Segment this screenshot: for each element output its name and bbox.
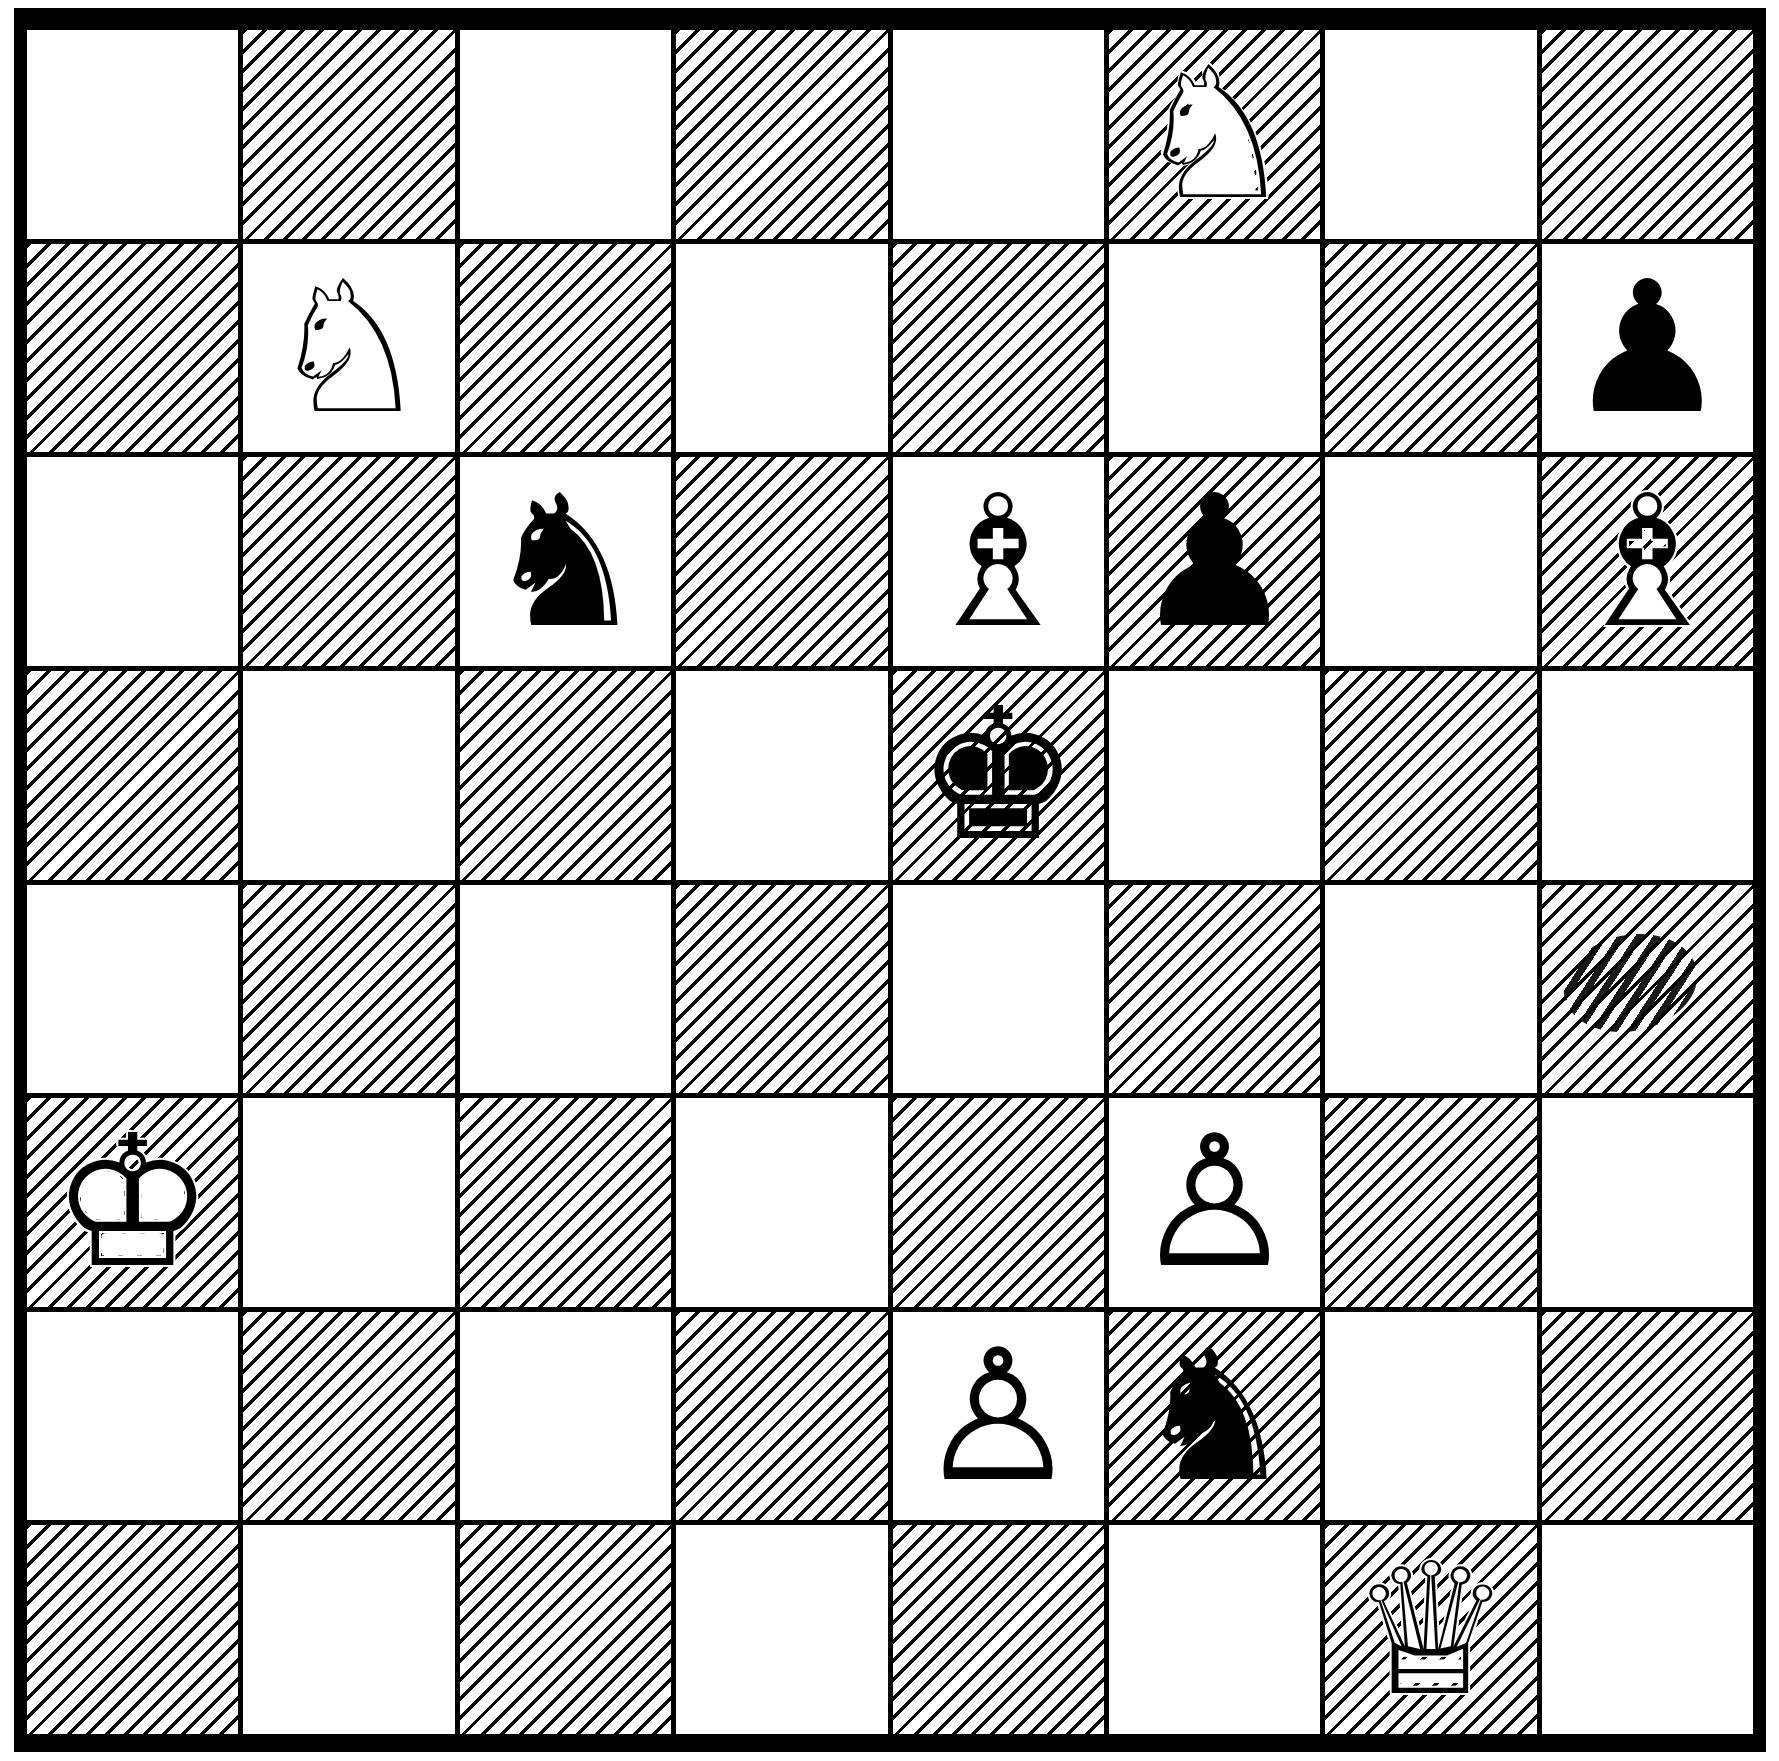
square-f8[interactable]: ♞♘ xyxy=(1109,30,1320,239)
black-knight: ♞ xyxy=(1109,1312,1320,1521)
white-king: ♔ xyxy=(27,1098,238,1307)
square-b5[interactable] xyxy=(243,671,454,880)
square-e2[interactable]: ♟♙ xyxy=(893,1312,1104,1521)
square-a5[interactable] xyxy=(27,671,238,880)
square-e5[interactable]: ♚ xyxy=(893,671,1104,880)
square-b6[interactable] xyxy=(243,457,454,666)
square-f5[interactable] xyxy=(1109,671,1320,880)
square-b1[interactable] xyxy=(243,1525,454,1734)
black-king: ♚ xyxy=(893,671,1104,880)
square-h2[interactable] xyxy=(1542,1312,1753,1521)
square-g3[interactable] xyxy=(1325,1098,1536,1307)
square-f6[interactable]: ♟ xyxy=(1109,457,1320,666)
white-king-halo: ♚ xyxy=(27,1098,238,1307)
white-knight-halo: ♞ xyxy=(243,244,454,453)
square-a4[interactable] xyxy=(27,885,238,1094)
square-e3[interactable] xyxy=(893,1098,1104,1307)
square-c7[interactable] xyxy=(460,244,671,453)
chess-diagram: ♞♘♞♘♟♞♝♗♟♝♗♚♚♔♟♙♟♙♞♛♕ xyxy=(0,0,1779,1761)
square-h1[interactable] xyxy=(1542,1525,1753,1734)
square-a3[interactable]: ♚♔ xyxy=(27,1098,238,1307)
white-knight: ♘ xyxy=(243,244,454,453)
square-d1[interactable] xyxy=(676,1525,887,1734)
white-pawn: ♙ xyxy=(893,1312,1104,1521)
square-b2[interactable] xyxy=(243,1312,454,1521)
square-f3[interactable]: ♟♙ xyxy=(1109,1098,1320,1307)
white-bishop: ♗ xyxy=(893,457,1104,666)
square-b7[interactable]: ♞♘ xyxy=(243,244,454,453)
square-h7[interactable]: ♟ xyxy=(1542,244,1753,453)
square-f4[interactable] xyxy=(1109,885,1320,1094)
square-c2[interactable] xyxy=(460,1312,671,1521)
square-g2[interactable] xyxy=(1325,1312,1536,1521)
square-a6[interactable] xyxy=(27,457,238,666)
square-d8[interactable] xyxy=(676,30,887,239)
white-pawn: ♙ xyxy=(1109,1098,1320,1307)
square-h5[interactable] xyxy=(1542,671,1753,880)
square-e8[interactable] xyxy=(893,30,1104,239)
square-g1[interactable]: ♛♕ xyxy=(1325,1525,1536,1734)
white-queen-halo: ♛ xyxy=(1325,1525,1536,1734)
white-pawn-halo: ♟ xyxy=(893,1312,1104,1521)
black-pawn: ♟ xyxy=(1542,244,1753,453)
square-d5[interactable] xyxy=(676,671,887,880)
white-knight: ♘ xyxy=(1109,30,1320,239)
square-g8[interactable] xyxy=(1325,30,1536,239)
square-h8[interactable] xyxy=(1542,30,1753,239)
white-knight-halo: ♞ xyxy=(1109,30,1320,239)
square-e7[interactable] xyxy=(893,244,1104,453)
square-a2[interactable] xyxy=(27,1312,238,1521)
square-c4[interactable] xyxy=(460,885,671,1094)
square-f1[interactable] xyxy=(1109,1525,1320,1734)
white-bishop-halo: ♝ xyxy=(893,457,1104,666)
square-b3[interactable] xyxy=(243,1098,454,1307)
square-g4[interactable] xyxy=(1325,885,1536,1094)
square-c1[interactable] xyxy=(460,1525,671,1734)
black-pawn: ♟ xyxy=(1109,457,1320,666)
black-knight: ♞ xyxy=(460,457,671,666)
square-a7[interactable] xyxy=(27,244,238,453)
square-e6[interactable]: ♝♗ xyxy=(893,457,1104,666)
square-d7[interactable] xyxy=(676,244,887,453)
square-b8[interactable] xyxy=(243,30,454,239)
square-d4[interactable] xyxy=(676,885,887,1094)
ink-smudge xyxy=(1554,922,1706,1044)
square-c3[interactable] xyxy=(460,1098,671,1307)
square-g5[interactable] xyxy=(1325,671,1536,880)
square-a1[interactable] xyxy=(27,1525,238,1734)
square-b4[interactable] xyxy=(243,885,454,1094)
square-c5[interactable] xyxy=(460,671,671,880)
square-g6[interactable] xyxy=(1325,457,1536,666)
square-c6[interactable]: ♞ xyxy=(460,457,671,666)
chess-board: ♞♘♞♘♟♞♝♗♟♝♗♚♚♔♟♙♟♙♞♛♕ xyxy=(14,8,1766,1752)
white-bishop-halo: ♝ xyxy=(1542,457,1753,666)
square-c8[interactable] xyxy=(460,30,671,239)
square-f2[interactable]: ♞ xyxy=(1109,1312,1320,1521)
square-h6[interactable]: ♝♗ xyxy=(1542,457,1753,666)
white-bishop: ♗ xyxy=(1542,457,1753,666)
square-g7[interactable] xyxy=(1325,244,1536,453)
square-d2[interactable] xyxy=(676,1312,887,1521)
square-e4[interactable] xyxy=(893,885,1104,1094)
square-h4[interactable] xyxy=(1542,885,1753,1094)
square-d3[interactable] xyxy=(676,1098,887,1307)
white-queen: ♕ xyxy=(1325,1525,1536,1734)
square-d6[interactable] xyxy=(676,457,887,666)
square-h3[interactable] xyxy=(1542,1098,1753,1307)
white-pawn-halo: ♟ xyxy=(1109,1098,1320,1307)
square-f7[interactable] xyxy=(1109,244,1320,453)
square-e1[interactable] xyxy=(893,1525,1104,1734)
square-a8[interactable] xyxy=(27,30,238,239)
